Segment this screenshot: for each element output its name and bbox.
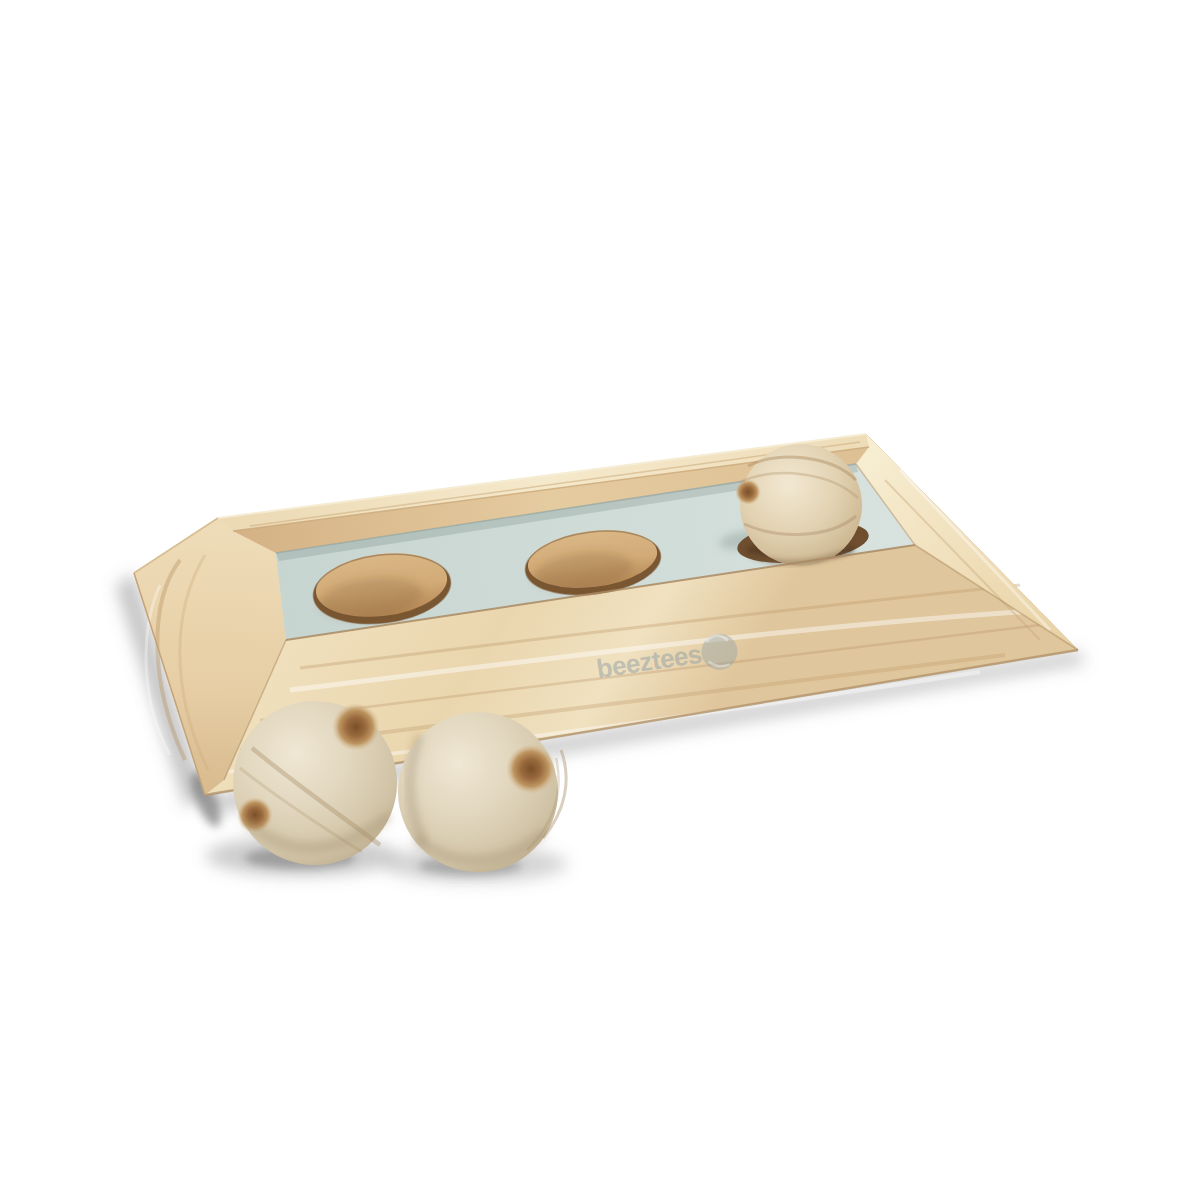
scene-svg: beeztees xyxy=(0,0,1200,1200)
ball-knot xyxy=(735,479,761,505)
product-photo-canvas: beeztees xyxy=(0,0,1200,1200)
ball-knot xyxy=(506,744,556,794)
ball-knot xyxy=(332,703,380,751)
loose-ball-left xyxy=(233,701,397,865)
